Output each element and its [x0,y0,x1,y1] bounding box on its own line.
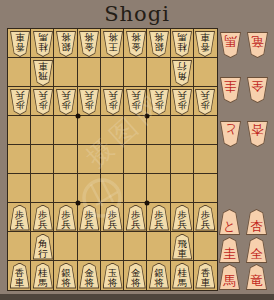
board-cell[interactable] [8,58,31,87]
star-point [145,114,150,119]
board-cell[interactable] [194,58,217,87]
board-cell[interactable] [147,145,170,174]
star-point [75,114,80,119]
board-cell[interactable] [31,145,54,174]
board-cell[interactable] [147,116,170,145]
board-cell[interactable] [78,145,101,174]
promoted-piece[interactable]: 馬 [220,32,241,58]
board-cell[interactable] [171,116,194,145]
promoted-piece[interactable]: と [219,209,240,235]
board-cell[interactable] [54,232,77,261]
board-cell[interactable] [54,116,77,145]
piece-kanji: 全 [246,237,267,263]
promoted-piece[interactable]: 圭 [219,237,240,263]
board-cell[interactable] [54,174,77,203]
board-cell[interactable] [171,145,194,174]
board-cell[interactable] [147,174,170,203]
star-point [75,201,80,206]
piece-kanji: 馬 [220,32,241,58]
board-cell[interactable] [194,116,217,145]
board-cell[interactable] [31,116,54,145]
board-cell[interactable] [8,232,31,261]
board-cell[interactable] [124,116,147,145]
board-cell[interactable] [171,174,194,203]
piece-kanji: 竜 [246,264,267,290]
board-cell[interactable] [194,232,217,261]
board-cell[interactable] [54,58,77,87]
shogi-diagram: Shogi 香車桂馬銀将金将王将金将銀将桂馬香車飛車角行歩兵歩兵歩兵歩兵歩兵歩兵… [0,0,274,300]
board-cell[interactable] [78,174,101,203]
board-cell[interactable] [147,58,170,87]
board-cell[interactable] [101,174,124,203]
promoted-piece[interactable]: 杏 [247,121,268,147]
board-cell[interactable] [78,58,101,87]
promoted-piece[interactable]: 圭 [220,77,241,103]
piece-kanji: 竜 [247,32,268,58]
promoted-piece[interactable]: 全 [246,237,267,263]
board-cell[interactable] [124,145,147,174]
board-cell[interactable] [194,174,217,203]
board-cell[interactable] [8,116,31,145]
board-cell[interactable] [8,174,31,203]
board-cell[interactable] [101,145,124,174]
board-cell[interactable] [101,116,124,145]
board-cell[interactable] [194,145,217,174]
shogi-board: 香車桂馬銀将金将王将金将銀将桂馬香車飛車角行歩兵歩兵歩兵歩兵歩兵歩兵歩兵歩兵歩兵… [7,28,218,291]
board-cell[interactable] [8,145,31,174]
promoted-piece[interactable]: と [220,121,241,147]
promoted-piece[interactable]: 全 [247,77,268,103]
board-cell[interactable] [124,232,147,261]
promoted-piece[interactable]: 馬 [219,264,240,290]
board-cell[interactable] [101,58,124,87]
piece-kanji: 杏 [247,121,268,147]
promoted-piece[interactable]: 竜 [246,264,267,290]
piece-kanji: 杏 [246,209,267,235]
piece-kanji: 全 [247,77,268,103]
promoted-piece[interactable]: 杏 [246,209,267,235]
piece-kanji: と [220,121,241,147]
page-title: Shogi [0,2,274,26]
bottom-border-strip [0,294,274,300]
board-cell[interactable] [78,232,101,261]
board-cell[interactable] [124,58,147,87]
board-cell[interactable] [101,232,124,261]
star-point [145,201,150,206]
piece-kanji: 圭 [219,237,240,263]
piece-kanji: と [219,209,240,235]
board-cell[interactable] [31,174,54,203]
piece-kanji: 圭 [220,77,241,103]
board-cell[interactable] [54,145,77,174]
promoted-piece[interactable]: 竜 [247,32,268,58]
board-cell[interactable] [147,232,170,261]
board-cell[interactable] [124,174,147,203]
piece-kanji: 馬 [219,264,240,290]
board-cell[interactable] [78,116,101,145]
